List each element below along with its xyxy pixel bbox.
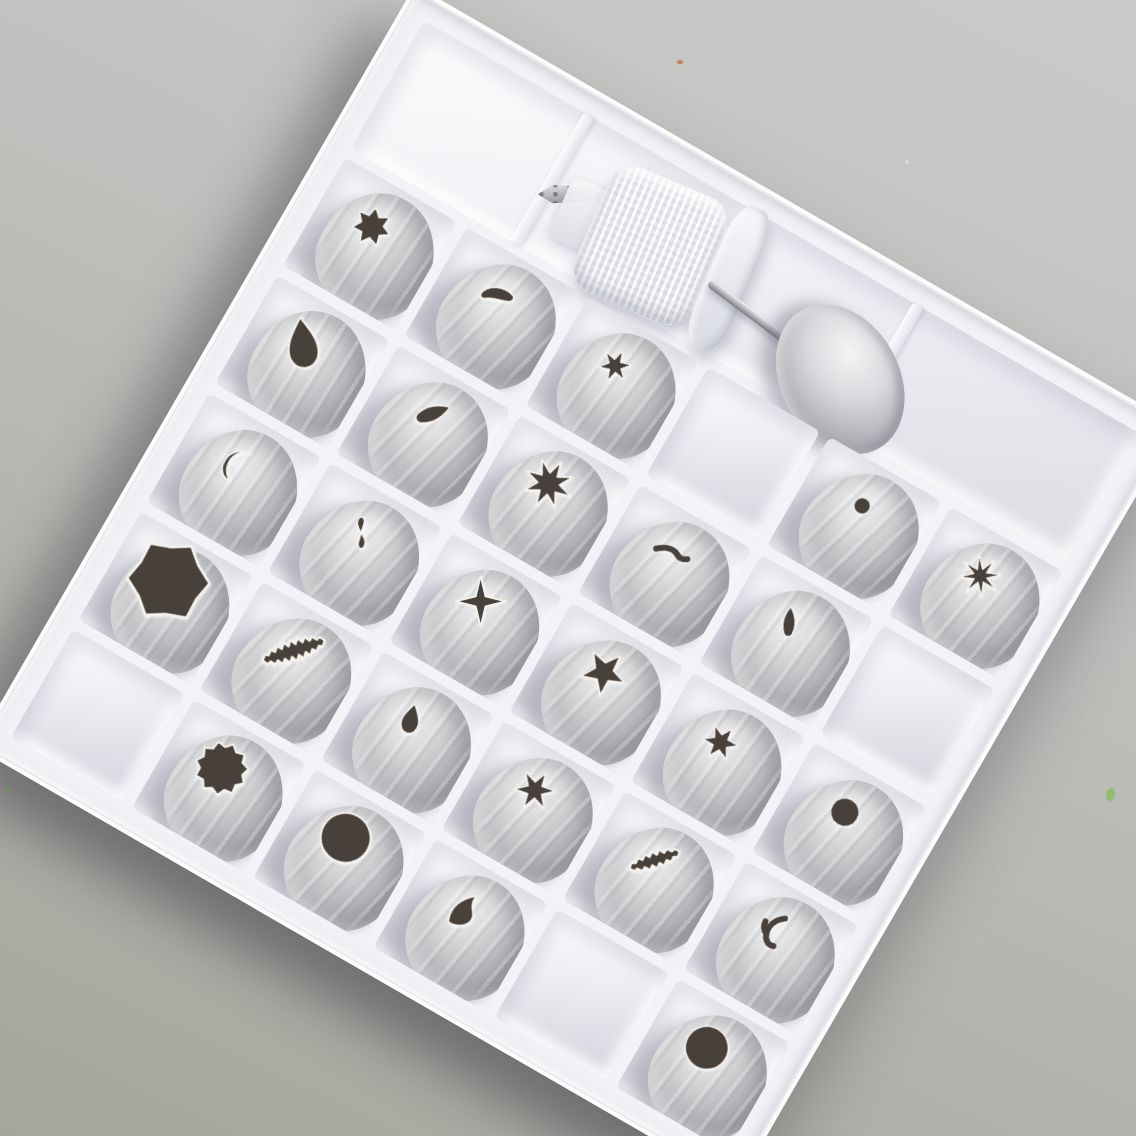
tip-opening-leaf (398, 382, 462, 446)
tip-opening-hook-swoosh (738, 893, 811, 966)
tip-opening-bowtie (327, 497, 396, 566)
tip-opening-butterfly (445, 566, 516, 637)
tip-opening-teardrop-u (380, 689, 442, 751)
tip-opening-star-6-small (695, 716, 746, 767)
tip-opening-serrated-leaf (610, 815, 700, 905)
tip-opening-sultan-crown (111, 523, 226, 638)
photo-piping-nozzle-set: { "scene": { "description": "Overhead ph… (0, 0, 1136, 1136)
tip-opening-star-8-deep (949, 544, 1012, 607)
surface-speck (905, 160, 909, 164)
tip-opening-round-small (823, 790, 867, 834)
nozzle-storage-box (0, 0, 1136, 1136)
tip-opening-round-large (309, 800, 384, 875)
tip-opening-round-medium (674, 1015, 739, 1080)
tip-opening-leaf-small (764, 598, 815, 649)
tip-opening-pinhole (850, 493, 875, 518)
surface-speck (6, 786, 12, 792)
tip-opening-star-6 (505, 759, 566, 820)
tip-opening-star-5 (570, 637, 640, 707)
tip-opening-crescent (200, 426, 272, 498)
tip-opening-scalloped-ring (183, 729, 261, 807)
tip-opening-sunburst-8 (512, 447, 586, 521)
tip-opening-comma-petal (462, 260, 534, 332)
tip-opening-star-6 (591, 342, 639, 390)
tip-opening-curved-v (635, 516, 710, 591)
surface-speck (1106, 788, 1115, 801)
tip-opening-teardrop (262, 304, 343, 385)
tip-opening-fir-leaf (242, 599, 345, 702)
tip-opening-flame-petal (426, 868, 505, 947)
tip-opening-maple-leaf (344, 199, 399, 254)
surface-speck (677, 60, 683, 64)
